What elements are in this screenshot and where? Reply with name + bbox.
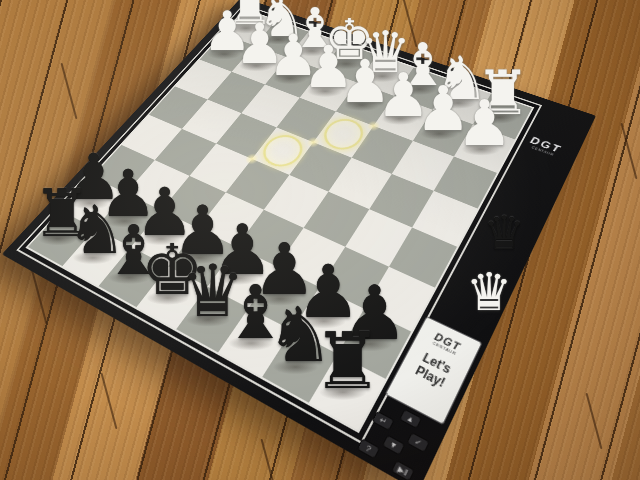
photo-canvas: { "game": "chess", "scene": "DGT Centaur… (0, 0, 640, 480)
piece-black-queen-side-panel[interactable]: ♛ (483, 210, 524, 256)
piece-black-rook-a8[interactable]: ♜ (313, 322, 383, 400)
piece-white-queen-side-panel[interactable]: ♛ (466, 266, 513, 318)
piece-layer: ♜♞♝♟♚♟♛♟♝♟♞♟♜♟♟♟♟♟♟♜♛♞♟♝♟♚♟♛♛♟♝♟♞♜ (0, 0, 640, 480)
piece-white-pawn-a2[interactable]: ♟ (456, 92, 513, 155)
